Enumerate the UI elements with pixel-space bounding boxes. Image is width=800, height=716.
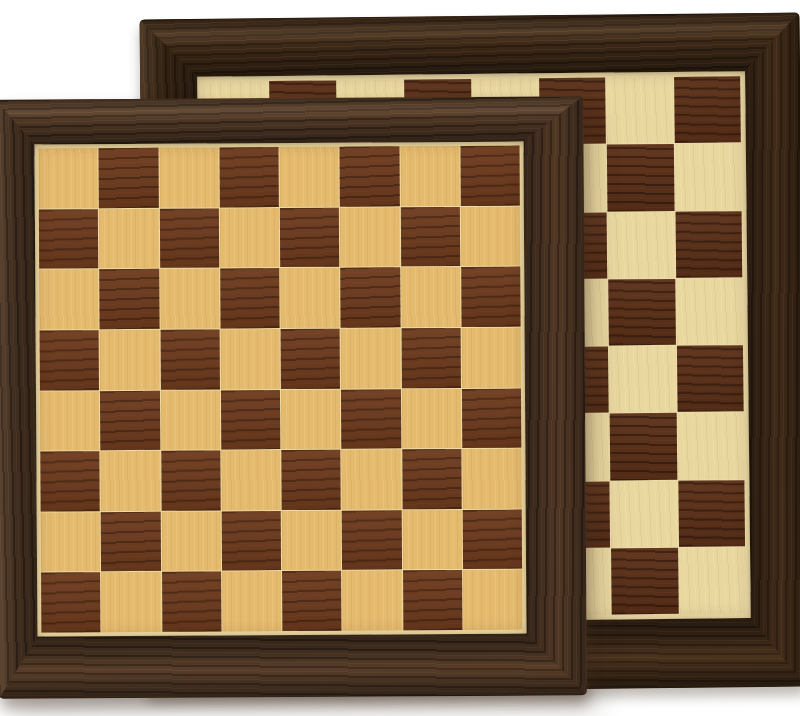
square-d7 bbox=[220, 208, 280, 268]
square-g4 bbox=[609, 346, 676, 413]
square-d8 bbox=[219, 147, 279, 207]
square-b5 bbox=[100, 330, 160, 390]
square-e4 bbox=[281, 389, 341, 449]
square-d2 bbox=[221, 511, 281, 571]
square-h2 bbox=[462, 509, 522, 569]
square-a4 bbox=[40, 391, 100, 451]
square-a1 bbox=[41, 573, 101, 633]
square-g3 bbox=[402, 449, 462, 509]
square-b2 bbox=[101, 512, 161, 572]
square-f2 bbox=[342, 510, 402, 570]
square-a8 bbox=[38, 148, 98, 208]
square-b6 bbox=[99, 269, 159, 329]
front-board-frame-top bbox=[0, 96, 583, 145]
square-b3 bbox=[101, 451, 161, 511]
back-board-frame-right bbox=[744, 13, 800, 688]
square-h2 bbox=[678, 480, 745, 547]
square-b8 bbox=[99, 148, 159, 208]
square-d4 bbox=[221, 390, 281, 450]
square-g5 bbox=[401, 328, 461, 388]
square-e8 bbox=[279, 147, 339, 207]
scene bbox=[0, 0, 800, 716]
square-c4 bbox=[160, 390, 220, 450]
square-d3 bbox=[221, 450, 281, 510]
square-c2 bbox=[161, 511, 221, 571]
square-f8 bbox=[340, 146, 400, 206]
square-a5 bbox=[40, 330, 100, 390]
square-h1 bbox=[463, 570, 523, 630]
square-e6 bbox=[280, 268, 340, 328]
square-d1 bbox=[222, 571, 282, 631]
square-e3 bbox=[281, 450, 341, 510]
square-g7 bbox=[607, 144, 674, 211]
square-h8 bbox=[460, 146, 520, 206]
square-e2 bbox=[282, 510, 342, 570]
square-f7 bbox=[340, 207, 400, 267]
square-c6 bbox=[160, 269, 220, 329]
square-d5 bbox=[220, 329, 280, 389]
square-h6 bbox=[675, 211, 742, 278]
square-g6 bbox=[401, 267, 461, 327]
square-g1 bbox=[403, 570, 463, 630]
square-e1 bbox=[282, 571, 342, 631]
square-a7 bbox=[39, 209, 99, 269]
square-g3 bbox=[610, 413, 677, 480]
square-h5 bbox=[461, 327, 521, 387]
front-board-grid bbox=[38, 146, 522, 633]
square-b7 bbox=[99, 208, 159, 268]
square-b4 bbox=[100, 390, 160, 450]
square-g2 bbox=[402, 510, 462, 570]
square-g5 bbox=[608, 279, 675, 346]
square-g7 bbox=[400, 207, 460, 267]
square-g4 bbox=[401, 388, 461, 448]
square-h3 bbox=[677, 412, 744, 479]
square-f1 bbox=[342, 571, 402, 631]
square-h4 bbox=[677, 345, 744, 412]
square-b1 bbox=[101, 572, 161, 632]
square-d6 bbox=[220, 268, 280, 328]
front-board-frame-left bbox=[0, 100, 38, 699]
square-a6 bbox=[39, 269, 99, 329]
square-h7 bbox=[674, 143, 741, 210]
front-board-frame-bottom bbox=[0, 633, 587, 699]
square-g2 bbox=[611, 480, 678, 547]
square-f4 bbox=[341, 389, 401, 449]
square-f5 bbox=[341, 328, 401, 388]
square-c3 bbox=[161, 451, 221, 511]
square-c8 bbox=[159, 147, 219, 207]
square-c5 bbox=[160, 329, 220, 389]
square-h4 bbox=[462, 388, 522, 448]
square-g1 bbox=[611, 548, 678, 615]
square-h8 bbox=[674, 76, 741, 143]
square-e5 bbox=[281, 329, 341, 389]
square-c7 bbox=[159, 208, 219, 268]
square-c1 bbox=[162, 572, 222, 632]
square-h7 bbox=[461, 206, 521, 266]
square-g8 bbox=[400, 146, 460, 206]
square-a3 bbox=[40, 451, 100, 511]
front-chess-board bbox=[0, 96, 587, 699]
square-e7 bbox=[280, 207, 340, 267]
square-f6 bbox=[340, 268, 400, 328]
square-h3 bbox=[462, 449, 522, 509]
front-board-frame-right bbox=[523, 96, 587, 695]
square-h6 bbox=[461, 267, 521, 327]
back-board-frame-top bbox=[139, 13, 800, 78]
square-a2 bbox=[41, 512, 101, 572]
square-f3 bbox=[342, 449, 402, 509]
square-g8 bbox=[606, 77, 673, 144]
square-h1 bbox=[679, 547, 746, 614]
square-h5 bbox=[676, 278, 743, 345]
front-board-surface bbox=[34, 142, 526, 637]
square-g6 bbox=[608, 211, 675, 278]
